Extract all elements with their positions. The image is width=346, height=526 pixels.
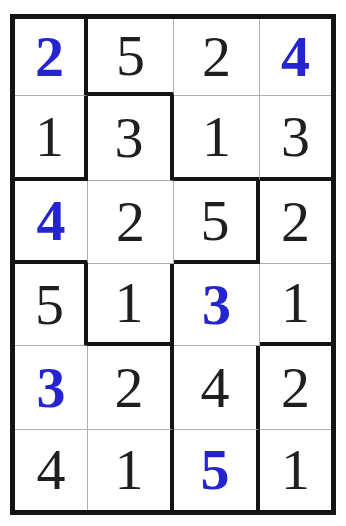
cell-r5c4[interactable]: 2 xyxy=(260,346,331,430)
solved-digit: 2 xyxy=(116,193,145,251)
cell-r5c1[interactable]: 3 xyxy=(15,346,88,430)
cell-r5c3[interactable]: 4 xyxy=(174,346,260,430)
solved-digit: 2 xyxy=(281,193,310,251)
solved-digit: 2 xyxy=(115,359,144,417)
cell-r2c4[interactable]: 3 xyxy=(260,96,331,181)
solved-digit: 1 xyxy=(35,108,64,166)
given-digit: 5 xyxy=(201,441,230,499)
solved-digit: 2 xyxy=(281,359,310,417)
solved-digit: 3 xyxy=(115,109,144,167)
cell-r4c4[interactable]: 1 xyxy=(260,264,331,346)
cell-r1c1[interactable]: 2 xyxy=(15,19,88,96)
given-digit: 3 xyxy=(202,276,231,334)
cell-r4c3[interactable]: 3 xyxy=(174,264,260,346)
solved-digit: 5 xyxy=(201,192,230,250)
cell-r6c4[interactable]: 1 xyxy=(260,430,331,510)
cell-r6c3[interactable]: 5 xyxy=(174,430,260,510)
cell-r1c3[interactable]: 2 xyxy=(174,19,260,96)
given-digit: 2 xyxy=(35,28,64,86)
cell-r2c1[interactable]: 1 xyxy=(15,96,88,181)
cell-r3c2[interactable]: 2 xyxy=(88,181,174,264)
cell-r2c3[interactable]: 1 xyxy=(174,96,260,181)
solved-digit: 1 xyxy=(202,108,231,166)
solved-digit: 5 xyxy=(35,276,64,334)
solved-digit: 1 xyxy=(115,441,144,499)
solved-digit: 3 xyxy=(281,108,310,166)
cell-r4c2[interactable]: 1 xyxy=(88,264,174,346)
suguru-board: 252413134252513132424151 xyxy=(10,14,336,515)
cell-r6c1[interactable]: 4 xyxy=(15,430,88,510)
page: 252413134252513132424151 xyxy=(0,0,346,526)
given-digit: 4 xyxy=(281,28,310,86)
solved-digit: 2 xyxy=(202,28,231,86)
cell-r3c4[interactable]: 2 xyxy=(260,181,331,264)
cell-r6c2[interactable]: 1 xyxy=(88,430,174,510)
solved-digit: 1 xyxy=(281,441,310,499)
given-digit: 3 xyxy=(37,359,66,417)
cell-r3c1[interactable]: 4 xyxy=(15,181,88,264)
cell-r4c1[interactable]: 5 xyxy=(15,264,88,346)
cell-r3c3[interactable]: 5 xyxy=(174,181,260,264)
solved-digit: 4 xyxy=(201,359,230,417)
given-digit: 4 xyxy=(37,192,66,250)
cell-r1c4[interactable]: 4 xyxy=(260,19,331,96)
solved-digit: 1 xyxy=(115,274,144,332)
solved-digit: 4 xyxy=(37,441,66,499)
cell-r1c2[interactable]: 5 xyxy=(88,19,174,96)
solved-digit: 5 xyxy=(116,27,145,85)
cell-r2c2[interactable]: 3 xyxy=(88,96,174,181)
cell-r5c2[interactable]: 2 xyxy=(88,346,174,430)
solved-digit: 1 xyxy=(281,274,310,332)
